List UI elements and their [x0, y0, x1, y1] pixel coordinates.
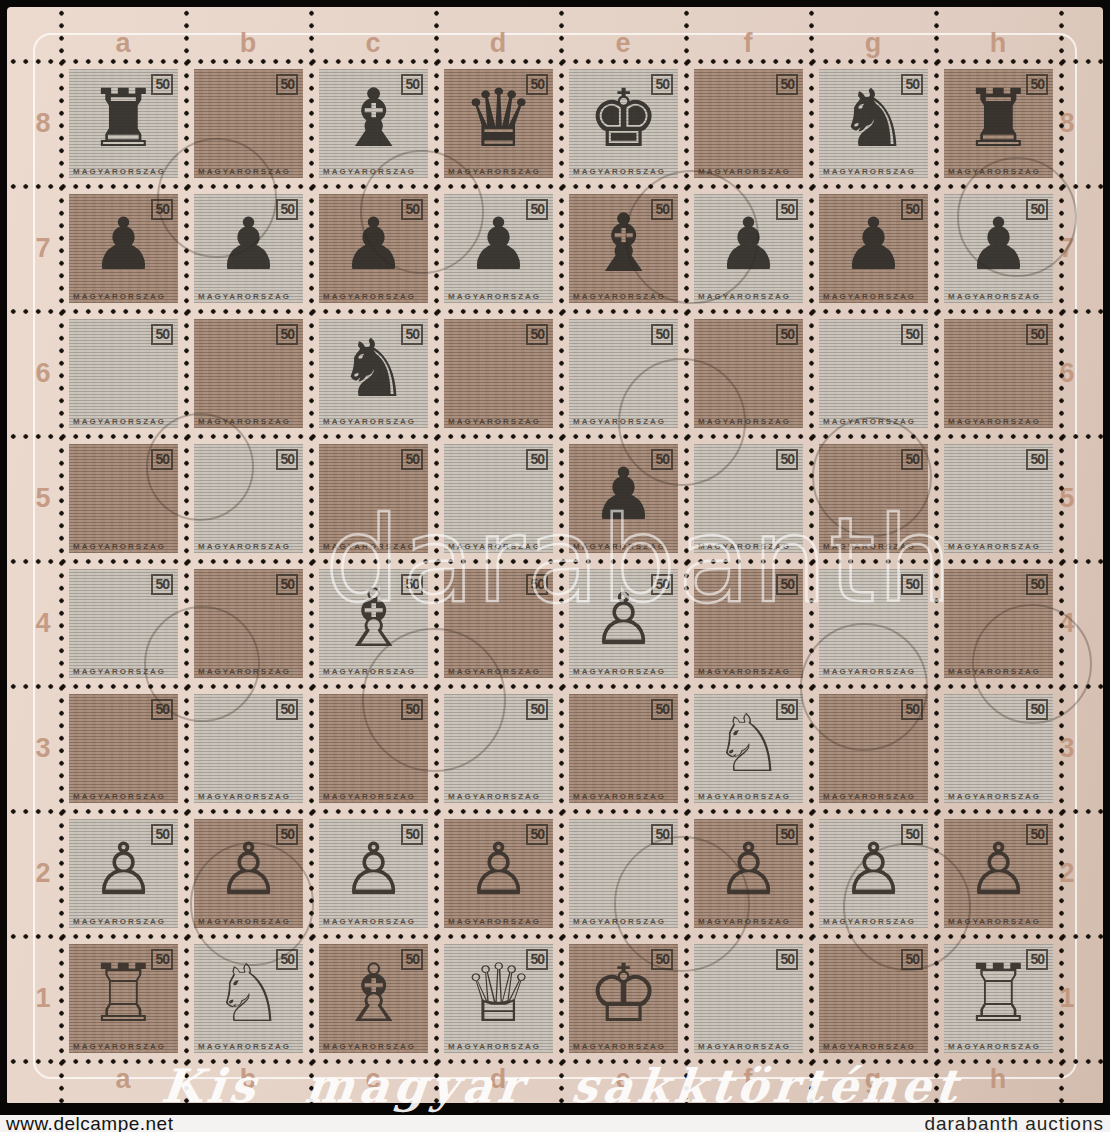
file-label-top-g: g	[853, 29, 893, 57]
country-text: MAGYARORSZÁG	[948, 293, 1049, 301]
file-label-top-f: f	[728, 29, 768, 57]
stamp-g6: 50MAGYARORSZÁG	[819, 319, 928, 428]
postmark-circle	[843, 843, 971, 971]
white-pawn: ♙	[319, 821, 428, 916]
white-rook: ♖	[69, 946, 178, 1041]
stamp-d1: 50♕MAGYARORSZÁG	[444, 944, 553, 1053]
country-text: MAGYARORSZÁG	[198, 293, 299, 301]
white-bishop: ♗	[319, 946, 428, 1041]
denomination-50: 50	[776, 324, 798, 345]
rank-label-left-6: 6	[23, 359, 63, 387]
stamp-e3: 50MAGYARORSZÁG	[569, 694, 678, 803]
square-g8: 50♞MAGYARORSZÁG	[811, 61, 936, 186]
square-g7: 50♟MAGYARORSZÁG	[811, 186, 936, 311]
denomination-50: 50	[276, 74, 298, 95]
square-h6: 50MAGYARORSZÁG	[936, 311, 1061, 436]
stamp-sheet-photo: 50♜MAGYARORSZÁG50MAGYARORSZÁG50♝MAGYAROR…	[0, 0, 1110, 1132]
country-text: MAGYARORSZÁG	[73, 793, 174, 801]
stamp-a1: 50♖MAGYARORSZÁG	[69, 944, 178, 1053]
country-text: MAGYARORSZÁG	[698, 793, 799, 801]
stamp-f3: 50♘MAGYARORSZÁG	[694, 694, 803, 803]
country-text: MAGYARORSZÁG	[323, 1043, 424, 1051]
country-text: MAGYARORSZÁG	[823, 168, 924, 176]
black-knight: ♞	[819, 71, 928, 166]
square-d2: 50♙MAGYARORSZÁG	[436, 811, 561, 936]
perforation-line-horizontal	[7, 809, 1103, 814]
rank-label-right-3: 3	[1047, 734, 1087, 762]
country-text: MAGYARORSZÁG	[823, 1043, 924, 1051]
denomination-50: 50	[651, 324, 673, 345]
rank-label-left-7: 7	[23, 234, 63, 262]
postmark-circle	[362, 628, 506, 772]
square-a6: 50MAGYARORSZÁG	[61, 311, 186, 436]
denomination-50: 50	[151, 324, 173, 345]
rank-label-right-8: 8	[1047, 109, 1087, 137]
stamp-a3: 50MAGYARORSZÁG	[69, 694, 178, 803]
denomination-50: 50	[526, 324, 548, 345]
rank-label-right-2: 2	[1047, 859, 1087, 887]
square-c6: 50♞MAGYARORSZÁG	[311, 311, 436, 436]
denomination-50: 50	[776, 949, 798, 970]
denomination-50: 50	[1026, 324, 1048, 345]
stamp-g8: 50♞MAGYARORSZÁG	[819, 69, 928, 178]
file-label-top-b: b	[228, 29, 268, 57]
rank-label-right-5: 5	[1047, 484, 1087, 512]
stamp-a8: 50♜MAGYARORSZÁG	[69, 69, 178, 178]
stamp-e8: 50♚MAGYARORSZÁG	[569, 69, 678, 178]
stamp-h5: 50MAGYARORSZÁG	[944, 444, 1053, 553]
country-text: MAGYARORSZÁG	[823, 293, 924, 301]
postmark-circle	[957, 157, 1077, 277]
denomination-50: 50	[526, 699, 548, 720]
rank-label-right-6: 6	[1047, 359, 1087, 387]
denomination-50: 50	[651, 699, 673, 720]
stamp-f8: 50MAGYARORSZÁG	[694, 69, 803, 178]
stamp-h6: 50MAGYARORSZÁG	[944, 319, 1053, 428]
country-text: MAGYARORSZÁG	[73, 918, 174, 926]
square-c2: 50♙MAGYARORSZÁG	[311, 811, 436, 936]
country-text: MAGYARORSZÁG	[698, 1043, 799, 1051]
denomination-50: 50	[276, 449, 298, 470]
denomination-50: 50	[1026, 449, 1048, 470]
square-f8: 50MAGYARORSZÁG	[686, 61, 811, 186]
square-d1: 50♕MAGYARORSZÁG	[436, 936, 561, 1061]
country-text: MAGYARORSZÁG	[198, 793, 299, 801]
stamp-a6: 50MAGYARORSZÁG	[69, 319, 178, 428]
country-text: MAGYARORSZÁG	[323, 418, 424, 426]
stamp-c2: 50♙MAGYARORSZÁG	[319, 819, 428, 928]
country-text: MAGYARORSZÁG	[948, 1043, 1049, 1051]
rank-label-left-1: 1	[23, 984, 63, 1012]
country-text: MAGYARORSZÁG	[448, 918, 549, 926]
country-text: MAGYARORSZÁG	[73, 543, 174, 551]
country-text: MAGYARORSZÁG	[448, 793, 549, 801]
denomination-50: 50	[276, 574, 298, 595]
country-text: MAGYARORSZÁG	[323, 793, 424, 801]
stamp-d6: 50MAGYARORSZÁG	[444, 319, 553, 428]
white-queen: ♕	[444, 946, 553, 1041]
denomination-50: 50	[151, 574, 173, 595]
square-a2: 50♙MAGYARORSZÁG	[61, 811, 186, 936]
rank-label-left-5: 5	[23, 484, 63, 512]
country-text: MAGYARORSZÁG	[73, 168, 174, 176]
country-text: MAGYARORSZÁG	[448, 418, 549, 426]
country-text: MAGYARORSZÁG	[73, 293, 174, 301]
square-e8: 50♚MAGYARORSZÁG	[561, 61, 686, 186]
rank-label-left-3: 3	[23, 734, 63, 762]
denomination-50: 50	[776, 74, 798, 95]
square-f3: 50♘MAGYARORSZÁG	[686, 686, 811, 811]
file-label-top-c: c	[353, 29, 393, 57]
country-text: MAGYARORSZÁG	[948, 543, 1049, 551]
square-c1: 50♗MAGYARORSZÁG	[311, 936, 436, 1061]
delcampe-watermark-text: www.delcampe.net	[6, 1113, 173, 1132]
square-a1: 50♖MAGYARORSZÁG	[61, 936, 186, 1061]
file-label-top-a: a	[103, 29, 143, 57]
stamp-g7: 50♟MAGYARORSZÁG	[819, 194, 928, 303]
file-label-top-d: d	[478, 29, 518, 57]
black-rook: ♜	[69, 71, 178, 166]
stamp-c1: 50♗MAGYARORSZÁG	[319, 944, 428, 1053]
denomination-50: 50	[276, 324, 298, 345]
rank-label-right-1: 1	[1047, 984, 1087, 1012]
square-e3: 50MAGYARORSZÁG	[561, 686, 686, 811]
denomination-50: 50	[401, 449, 423, 470]
stamp-d2: 50♙MAGYARORSZÁG	[444, 819, 553, 928]
postmark-circle	[800, 623, 928, 751]
denomination-50: 50	[276, 699, 298, 720]
rank-label-left-4: 4	[23, 609, 63, 637]
country-text: MAGYARORSZÁG	[73, 418, 174, 426]
stamp-d8: 50♛MAGYARORSZÁG	[444, 69, 553, 178]
white-knight: ♘	[694, 696, 803, 791]
postmark-circle	[625, 170, 759, 304]
country-text: MAGYARORSZÁG	[573, 1043, 674, 1051]
perforation-line-vertical	[1059, 7, 1064, 1105]
file-label-top-e: e	[603, 29, 643, 57]
denomination-50: 50	[901, 324, 923, 345]
white-pawn: ♙	[69, 821, 178, 916]
country-text: MAGYARORSZÁG	[573, 793, 674, 801]
postmark-circle	[157, 138, 277, 258]
stamp-c6: 50♞MAGYARORSZÁG	[319, 319, 428, 428]
perforation-line-horizontal	[7, 309, 1103, 314]
white-rook: ♖	[944, 946, 1053, 1041]
country-text: MAGYARORSZÁG	[573, 168, 674, 176]
perforation-line-vertical	[309, 7, 314, 1105]
postmark-circle	[614, 836, 750, 972]
black-knight: ♞	[319, 321, 428, 416]
denomination-50: 50	[1026, 574, 1048, 595]
stamp-h1: 50♖MAGYARORSZÁG	[944, 944, 1053, 1053]
postmark-circle	[146, 413, 254, 521]
perforation-line-vertical	[59, 7, 64, 1105]
postmark-circle	[972, 604, 1092, 724]
country-text: MAGYARORSZÁG	[698, 668, 799, 676]
square-d6: 50MAGYARORSZÁG	[436, 311, 561, 436]
country-text: MAGYARORSZÁG	[198, 1043, 299, 1051]
file-label-top-h: h	[978, 29, 1018, 57]
footer-band: www.delcampe.net darabanth auctions	[0, 1115, 1110, 1132]
country-text: MAGYARORSZÁG	[823, 793, 924, 801]
country-text: MAGYARORSZÁG	[448, 1043, 549, 1051]
black-queen: ♛	[444, 71, 553, 166]
country-text: MAGYARORSZÁG	[448, 293, 549, 301]
rank-label-left-8: 8	[23, 109, 63, 137]
country-text: MAGYARORSZÁG	[948, 793, 1049, 801]
darabanth-watermark: darabanth	[325, 491, 954, 629]
black-rook: ♜	[944, 71, 1053, 166]
denomination-50: 50	[776, 449, 798, 470]
country-text: MAGYARORSZÁG	[573, 668, 674, 676]
stamp-a2: 50♙MAGYARORSZÁG	[69, 819, 178, 928]
darabanth-auctions-text: darabanth auctions	[924, 1113, 1104, 1132]
square-h5: 50MAGYARORSZÁG	[936, 436, 1061, 561]
postmark-circle	[190, 842, 314, 966]
postmark-circle	[144, 606, 260, 722]
country-text: MAGYARORSZÁG	[198, 543, 299, 551]
country-text: MAGYARORSZÁG	[323, 918, 424, 926]
country-text: MAGYARORSZÁG	[73, 1043, 174, 1051]
stamp-b6: 50MAGYARORSZÁG	[194, 319, 303, 428]
country-text: MAGYARORSZÁG	[323, 293, 424, 301]
rank-label-left-2: 2	[23, 859, 63, 887]
chess-stamp-sheet: 50♜MAGYARORSZÁG50MAGYARORSZÁG50♝MAGYAROR…	[7, 7, 1103, 1105]
sheet-title-script: Kis magyar sakktörténet	[64, 1059, 1060, 1113]
denomination-50: 50	[526, 449, 548, 470]
postmark-circle	[360, 150, 484, 274]
black-pawn: ♟	[819, 196, 928, 291]
white-pawn: ♙	[444, 821, 553, 916]
country-text: MAGYARORSZÁG	[948, 418, 1049, 426]
black-king: ♚	[569, 71, 678, 166]
square-h1: 50♖MAGYARORSZÁG	[936, 936, 1061, 1061]
postmark-circle	[618, 358, 746, 486]
perforation-line-horizontal	[7, 59, 1103, 64]
